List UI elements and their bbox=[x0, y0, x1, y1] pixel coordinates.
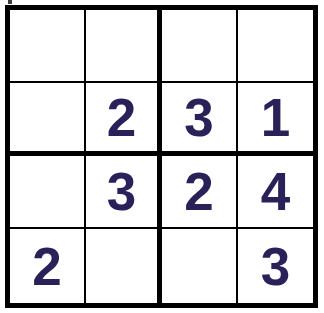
cell-r4c1-given: 2 bbox=[10, 229, 86, 303]
corner-tick-mark bbox=[8, 0, 12, 4]
cell-r3c3-given: 2 bbox=[162, 156, 238, 229]
cell-r2c3-given: 3 bbox=[162, 83, 238, 156]
cell-r2c1-empty[interactable] bbox=[10, 83, 86, 156]
cell-r4c4-given: 3 bbox=[238, 229, 313, 303]
cell-r4c2-empty[interactable] bbox=[86, 229, 162, 303]
sudoku-board: 23132423 bbox=[5, 5, 318, 308]
cell-r2c2-given: 2 bbox=[86, 83, 162, 156]
cell-r2c4-given: 1 bbox=[238, 83, 313, 156]
sudoku-page: 23132423 bbox=[0, 0, 324, 313]
cell-r1c1-empty[interactable] bbox=[10, 10, 86, 83]
cell-r3c2-given: 3 bbox=[86, 156, 162, 229]
cell-r4c3-empty[interactable] bbox=[162, 229, 238, 303]
cell-r3c1-empty[interactable] bbox=[10, 156, 86, 229]
cell-r1c3-empty[interactable] bbox=[162, 10, 238, 83]
cell-r3c4-given: 4 bbox=[238, 156, 313, 229]
cell-r1c4-empty[interactable] bbox=[238, 10, 313, 83]
cell-r1c2-empty[interactable] bbox=[86, 10, 162, 83]
